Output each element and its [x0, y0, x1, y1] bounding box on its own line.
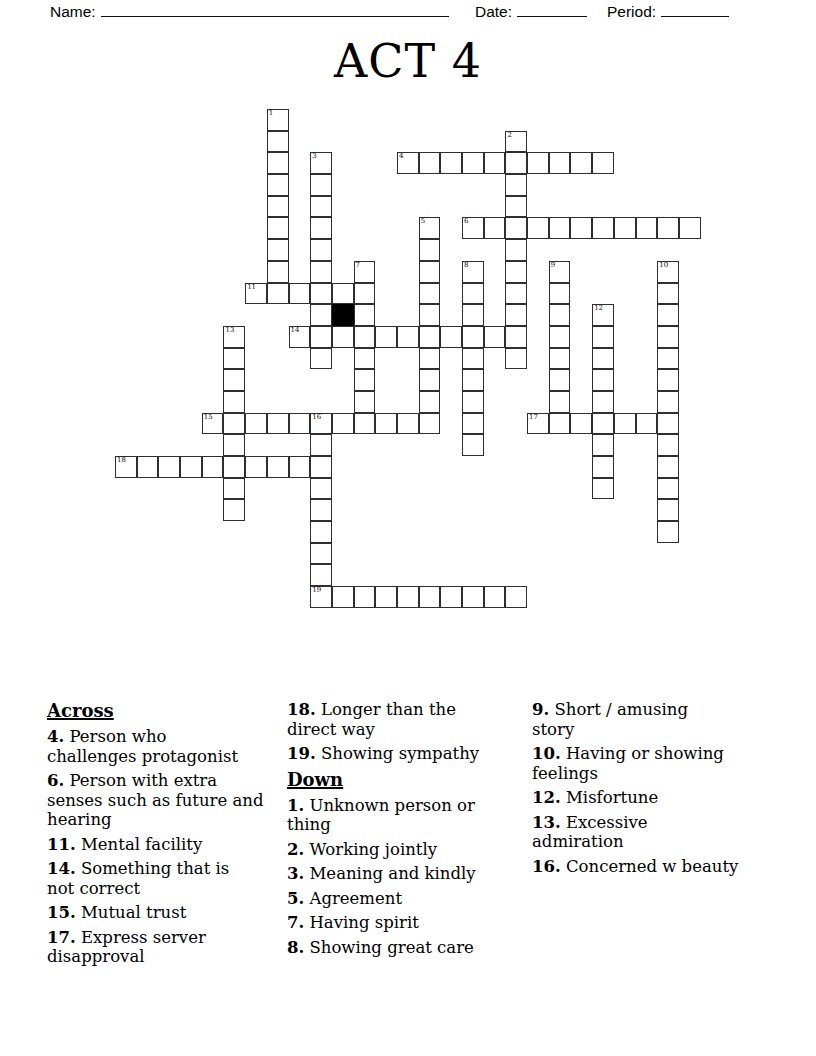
grid-cell[interactable]: 19 [310, 586, 332, 608]
clue-item-number: 8. [287, 938, 304, 957]
clue-item-number: 11. [47, 835, 76, 854]
clue-item-number: 5. [287, 889, 304, 908]
clue-item-text: Having spirit [304, 913, 419, 932]
grid-cell[interactable]: 2 [505, 131, 527, 153]
grid-cell[interactable] [549, 413, 571, 435]
clue-item-text: Person who challenges protagonist [47, 727, 238, 766]
grid-cell[interactable] [657, 217, 679, 239]
grid-cell[interactable] [180, 456, 202, 478]
clue-item-number: 13. [532, 813, 561, 832]
clue-number: 1 [269, 110, 273, 118]
clue-number: 8 [464, 262, 468, 270]
grid-cell[interactable] [267, 239, 289, 261]
grid-cell[interactable] [549, 304, 571, 326]
grid-cell[interactable] [636, 217, 658, 239]
clue-item: 18. Longer than the direct way [287, 700, 505, 739]
grid-cell[interactable] [289, 456, 311, 478]
grid-cell[interactable] [505, 196, 527, 218]
grid-cell[interactable] [332, 413, 354, 435]
clue-item-number: 18. [287, 700, 316, 719]
grid-cell[interactable] [440, 152, 462, 174]
grid-cell[interactable] [657, 456, 679, 478]
clue-number: 6 [464, 218, 468, 226]
clue-item-text: Mutual trust [76, 903, 187, 922]
name-blank-line[interactable] [101, 2, 449, 17]
clue-item-number: 2. [287, 840, 304, 859]
grid-cell[interactable] [245, 413, 267, 435]
grid-cell[interactable] [592, 369, 614, 391]
grid-cell[interactable]: 18 [115, 456, 137, 478]
grid-cell[interactable] [505, 261, 527, 283]
clue-number: 13 [225, 327, 234, 335]
clue-number: 9 [551, 262, 555, 270]
page-title: ACT 4 [0, 34, 816, 89]
clue-item-number: 17. [47, 928, 76, 947]
grid-cell[interactable] [267, 131, 289, 153]
grid-cell[interactable] [636, 413, 658, 435]
clue-item: 11. Mental facility [47, 835, 289, 855]
grid-cell[interactable]: 5 [419, 217, 441, 239]
clue-column-right: 9. Short / amusing story10. Having or sh… [532, 700, 764, 881]
grid-cell[interactable]: 17 [527, 413, 549, 435]
grid-cell[interactable] [245, 456, 267, 478]
grid-cell[interactable] [310, 499, 332, 521]
grid-cell[interactable] [570, 152, 592, 174]
clue-number: 5 [421, 218, 425, 226]
clue-number: 10 [659, 262, 668, 270]
grid-cell[interactable] [354, 348, 376, 370]
clue-item-number: 1. [287, 796, 304, 815]
grid-cell[interactable] [462, 348, 484, 370]
grid-cell[interactable] [267, 413, 289, 435]
grid-cell[interactable] [462, 434, 484, 456]
grid-cell[interactable] [505, 174, 527, 196]
grid-cell[interactable] [202, 456, 224, 478]
grid-cell[interactable] [592, 326, 614, 348]
grid-cell[interactable]: 1 [267, 109, 289, 131]
grid-cell[interactable] [354, 391, 376, 413]
grid-cell[interactable] [527, 217, 549, 239]
grid-cell[interactable] [310, 478, 332, 500]
grid-cell[interactable] [657, 283, 679, 305]
grid-cell[interactable] [223, 456, 245, 478]
grid-cell[interactable] [657, 521, 679, 543]
date-label: Date: [475, 3, 512, 20]
clue-item: 1. Unknown person or thing [287, 796, 505, 835]
clue-item-text: Showing great care [304, 938, 474, 957]
clue-item-number: 10. [532, 744, 561, 763]
date-blank-line[interactable] [517, 2, 587, 17]
grid-cell[interactable]: 6 [462, 217, 484, 239]
grid-cell[interactable] [549, 391, 571, 413]
clue-item: 6. Person with extra senses such as futu… [47, 771, 289, 830]
grid-cell[interactable] [570, 217, 592, 239]
grid-cell[interactable] [223, 478, 245, 500]
grid-cell[interactable] [354, 586, 376, 608]
grid-cell[interactable] [354, 304, 376, 326]
grid-cell[interactable] [332, 283, 354, 305]
clue-item-number: 16. [532, 857, 561, 876]
down-header: Down [287, 769, 505, 790]
clue-item-number: 4. [47, 727, 64, 746]
grid-cell[interactable] [592, 478, 614, 500]
grid-cell[interactable] [289, 283, 311, 305]
grid-cell[interactable] [440, 586, 462, 608]
grid-cell[interactable] [310, 456, 332, 478]
clue-item-text: Misfortune [561, 788, 658, 807]
grid-cell[interactable] [462, 152, 484, 174]
grid-cell[interactable] [267, 217, 289, 239]
clue-number: 18 [117, 457, 126, 465]
clue-item-text: Having or showing feelings [532, 744, 724, 783]
clue-item: 8. Showing great care [287, 938, 505, 958]
grid-cell[interactable] [397, 413, 419, 435]
grid-cell[interactable] [223, 391, 245, 413]
grid-cell[interactable] [158, 456, 180, 478]
grid-cell[interactable] [657, 369, 679, 391]
grid-cell[interactable] [354, 283, 376, 305]
grid-cell[interactable] [505, 326, 527, 348]
clue-number: 15 [204, 414, 213, 422]
grid-cell[interactable] [310, 434, 332, 456]
grid-cell[interactable] [462, 413, 484, 435]
grid-cell[interactable] [657, 478, 679, 500]
clue-item-text: Showing sympathy [316, 744, 479, 763]
grid-cell[interactable] [484, 217, 506, 239]
grid-cell[interactable] [549, 217, 571, 239]
grid-cell[interactable]: 16 [310, 413, 332, 435]
grid-cell[interactable] [505, 239, 527, 261]
clue-number: 12 [594, 305, 603, 313]
across-header: Across [47, 700, 289, 721]
grid-cell[interactable] [419, 239, 441, 261]
grid-cell[interactable] [419, 586, 441, 608]
grid-cell[interactable] [657, 326, 679, 348]
grid-cell[interactable] [223, 369, 245, 391]
clue-number: 11 [247, 284, 256, 292]
grid-cell[interactable] [223, 434, 245, 456]
grid-cell[interactable] [657, 434, 679, 456]
grid-cell[interactable] [592, 456, 614, 478]
period-label: Period: [607, 3, 656, 20]
grid-cell[interactable] [419, 369, 441, 391]
grid-cell[interactable] [419, 261, 441, 283]
grid-cell[interactable]: 4 [397, 152, 419, 174]
grid-cell[interactable]: 11 [245, 283, 267, 305]
grid-cell[interactable] [375, 586, 397, 608]
grid-cell[interactable] [484, 326, 506, 348]
grid-cell[interactable] [657, 499, 679, 521]
grid-cell[interactable] [310, 543, 332, 565]
clue-number: 17 [529, 414, 538, 422]
clue-item-text: Concerned w beauty [561, 857, 739, 876]
grid-cell[interactable] [310, 564, 332, 586]
grid-cell[interactable] [419, 326, 441, 348]
clue-item-text: Unknown person or thing [287, 796, 475, 835]
grid-cell[interactable] [614, 217, 636, 239]
grid-cell[interactable] [505, 348, 527, 370]
grid-cell[interactable] [462, 304, 484, 326]
clue-item: 16. Concerned w beauty [532, 857, 764, 877]
clue-number: 19 [312, 587, 321, 595]
grid-cell[interactable] [375, 413, 397, 435]
clue-item: 15. Mutual trust [47, 903, 289, 923]
grid-cell[interactable]: 12 [592, 304, 614, 326]
period-blank-line[interactable] [661, 2, 729, 17]
grid-cell[interactable] [310, 261, 332, 283]
clue-item-text: Short / amusing story [532, 700, 688, 739]
clue-item: 17. Express server disapproval [47, 928, 289, 967]
grid-cell[interactable] [505, 586, 527, 608]
date-field: Date: [475, 2, 587, 21]
grid-cell[interactable] [267, 152, 289, 174]
grid-cell[interactable] [137, 456, 159, 478]
grid-cell[interactable] [657, 413, 679, 435]
grid-cell[interactable] [375, 326, 397, 348]
grid-cell[interactable]: 3 [310, 152, 332, 174]
clue-item: 14. Something that is not correct [47, 859, 289, 898]
grid-cell[interactable] [657, 304, 679, 326]
grid-cell[interactable] [397, 586, 419, 608]
name-label: Name: [50, 3, 96, 20]
grid-cell[interactable] [549, 348, 571, 370]
grid-cell[interactable] [354, 413, 376, 435]
grid-cell[interactable] [527, 152, 549, 174]
grid-cell[interactable] [462, 391, 484, 413]
grid-cell[interactable] [354, 369, 376, 391]
grid-cell[interactable] [267, 456, 289, 478]
clue-item: 13. Excessive admiration [532, 813, 764, 852]
grid-cell[interactable] [310, 304, 332, 326]
grid-cell[interactable] [614, 413, 636, 435]
grid-cell[interactable] [223, 413, 245, 435]
grid-cell[interactable] [397, 326, 419, 348]
grid-cell[interactable] [549, 152, 571, 174]
grid-cell[interactable] [549, 283, 571, 305]
grid-cell[interactable] [310, 174, 332, 196]
grid-cell[interactable]: 13 [223, 326, 245, 348]
clue-item-text: Agreement [304, 889, 402, 908]
clue-number: 3 [312, 153, 316, 161]
clue-item-number: 9. [532, 700, 549, 719]
crossword-grid: 12345678910111213141516171819 [115, 109, 701, 608]
grid-cell[interactable] [505, 304, 527, 326]
grid-cell[interactable]: 14 [289, 326, 311, 348]
grid-cell[interactable] [462, 326, 484, 348]
grid-cell[interactable] [592, 413, 614, 435]
clue-number: 2 [507, 132, 511, 140]
grid-cell[interactable] [267, 196, 289, 218]
grid-cell[interactable] [419, 304, 441, 326]
clue-item-number: 3. [287, 864, 304, 883]
grid-cell[interactable] [505, 152, 527, 174]
grid-cell[interactable] [484, 152, 506, 174]
clue-item-number: 14. [47, 859, 76, 878]
grid-cell[interactable] [267, 283, 289, 305]
clue-item-number: 12. [532, 788, 561, 807]
black-cell [332, 304, 354, 326]
grid-cell[interactable] [332, 326, 354, 348]
grid-cell[interactable] [310, 239, 332, 261]
grid-cell[interactable] [570, 413, 592, 435]
grid-cell[interactable] [462, 369, 484, 391]
clue-item: 12. Misfortune [532, 788, 764, 808]
clue-column-across: Across4. Person who challenges protagoni… [47, 700, 289, 972]
grid-cell[interactable] [310, 196, 332, 218]
clue-number: 14 [291, 327, 300, 335]
grid-cell[interactable] [462, 283, 484, 305]
clue-number: 7 [356, 262, 360, 270]
grid-cell[interactable] [592, 348, 614, 370]
grid-cell[interactable]: 7 [354, 261, 376, 283]
grid-cell[interactable] [310, 521, 332, 543]
grid-cell[interactable] [419, 391, 441, 413]
grid-cell[interactable]: 9 [549, 261, 571, 283]
clue-item: 10. Having or showing feelings [532, 744, 764, 783]
grid-cell[interactable] [419, 152, 441, 174]
clue-item-text: Meaning and kindly [304, 864, 475, 883]
grid-cell[interactable] [592, 217, 614, 239]
grid-cell[interactable] [592, 152, 614, 174]
clue-item-text: Working jointly [304, 840, 437, 859]
clue-item-number: 6. [47, 771, 64, 790]
grid-cell[interactable] [592, 391, 614, 413]
name-field: Name: [50, 2, 449, 21]
clue-number: 4 [399, 153, 403, 161]
clue-item: 4. Person who challenges protagonist [47, 727, 289, 766]
grid-cell[interactable] [223, 348, 245, 370]
worksheet-page: Name: Date: Period: ACT 4 12345678910111… [0, 0, 816, 1056]
grid-cell[interactable] [462, 586, 484, 608]
grid-cell[interactable]: 15 [202, 413, 224, 435]
clue-item: 19. Showing sympathy [287, 744, 505, 764]
grid-cell[interactable] [657, 348, 679, 370]
grid-cell[interactable] [505, 217, 527, 239]
grid-cell[interactable] [679, 217, 701, 239]
clue-item-number: 15. [47, 903, 76, 922]
clue-column-middle: 18. Longer than the direct way19. Showin… [287, 700, 505, 962]
grid-cell[interactable] [354, 326, 376, 348]
grid-cell[interactable]: 8 [462, 261, 484, 283]
grid-cell[interactable] [310, 326, 332, 348]
clue-item: 7. Having spirit [287, 913, 505, 933]
clue-item: 5. Agreement [287, 889, 505, 909]
grid-cell[interactable] [419, 413, 441, 435]
grid-cell[interactable]: 10 [657, 261, 679, 283]
grid-cell[interactable] [310, 348, 332, 370]
grid-cell[interactable] [505, 283, 527, 305]
grid-cell[interactable] [657, 391, 679, 413]
grid-cell[interactable] [592, 434, 614, 456]
grid-cell[interactable] [332, 586, 354, 608]
period-field: Period: [607, 2, 729, 21]
clue-number: 16 [312, 414, 321, 422]
clue-item-number: 7. [287, 913, 304, 932]
grid-cell[interactable] [484, 586, 506, 608]
clue-item-text: Person with extra senses such as future … [47, 771, 263, 829]
grid-cell[interactable] [289, 413, 311, 435]
grid-cell[interactable] [310, 283, 332, 305]
clue-item-text: Mental facility [76, 835, 203, 854]
grid-cell[interactable] [223, 499, 245, 521]
grid-cell[interactable] [267, 261, 289, 283]
clue-item-number: 19. [287, 744, 316, 763]
grid-cell[interactable] [419, 348, 441, 370]
grid-cell[interactable] [419, 283, 441, 305]
clue-item: 9. Short / amusing story [532, 700, 764, 739]
grid-cell[interactable] [267, 174, 289, 196]
grid-cell[interactable] [549, 326, 571, 348]
grid-cell[interactable] [549, 369, 571, 391]
clue-item: 2. Working jointly [287, 840, 505, 860]
clue-item: 3. Meaning and kindly [287, 864, 505, 884]
grid-cell[interactable] [440, 326, 462, 348]
grid-cell[interactable] [310, 217, 332, 239]
